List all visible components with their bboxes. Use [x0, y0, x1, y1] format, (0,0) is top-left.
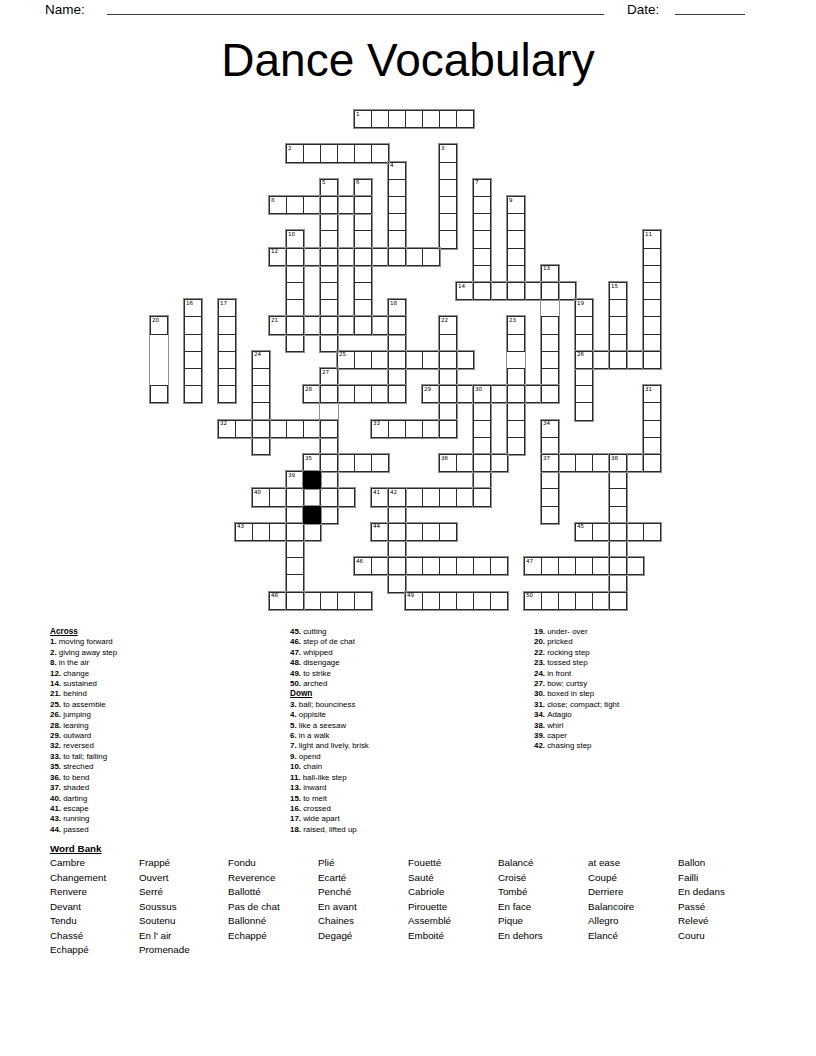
grid-cell[interactable] [354, 592, 372, 610]
grid-cell[interactable] [626, 351, 644, 369]
clue-item: 17. wide apart [290, 814, 530, 824]
grid-cell[interactable] [354, 299, 372, 317]
grid-cell[interactable] [320, 592, 338, 610]
grid-cell[interactable] [371, 385, 389, 403]
name-underline [107, 1, 604, 15]
grid-cell[interactable] [456, 110, 474, 128]
grid-cell[interactable] [354, 196, 372, 214]
cell-number: 34 [543, 421, 550, 427]
word-bank-item: Failli [678, 871, 725, 886]
grid-cell[interactable] [286, 540, 304, 558]
grid-cell[interactable] [575, 557, 593, 575]
grid-cell[interactable] [609, 540, 627, 558]
grid-cell[interactable] [303, 316, 321, 334]
grid-cell[interactable] [592, 592, 610, 610]
grid-cell[interactable] [320, 506, 338, 524]
grid-cell[interactable] [473, 230, 491, 248]
grid-cell[interactable] [473, 471, 491, 489]
grid-cell[interactable] [354, 316, 372, 334]
grid-cell[interactable] [388, 420, 406, 438]
clue-item: 38. whirl [534, 721, 774, 731]
grid-cell[interactable] [354, 144, 372, 162]
grid-cell[interactable] [337, 454, 355, 472]
grid-cell[interactable] [456, 557, 474, 575]
grid-cell[interactable] [439, 230, 457, 248]
grid-cell[interactable] [388, 557, 406, 575]
grid-cell[interactable] [524, 282, 542, 300]
grid-cell[interactable] [439, 368, 457, 386]
grid-cell[interactable] [320, 385, 338, 403]
grid-cell[interactable] [490, 282, 508, 300]
grid-cell[interactable] [388, 316, 406, 334]
clue-item: 6. in a walk [290, 731, 530, 741]
cell-number: 27 [322, 370, 329, 376]
word-bank-item: Balancé [498, 856, 543, 871]
grid-cell[interactable] [354, 265, 372, 283]
grid-cell[interactable] [541, 368, 559, 386]
across-clue-column: Across1. moving forward2. giving away st… [50, 627, 290, 835]
grid-cell[interactable] [643, 334, 661, 352]
grid-cell[interactable] [218, 316, 236, 334]
grid-cell[interactable] [473, 592, 491, 610]
grid-cell[interactable] [422, 557, 440, 575]
clue-section-heading: Across [50, 627, 290, 637]
grid-cell[interactable] [388, 368, 406, 386]
grid-cell[interactable] [388, 179, 406, 197]
grid-cell[interactable] [371, 248, 389, 266]
grid-cell[interactable] [643, 437, 661, 455]
grid-cell[interactable] [558, 592, 576, 610]
word-bank-item: Echappé [50, 943, 106, 958]
grid-cell[interactable] [507, 282, 525, 300]
grid-cell[interactable] [337, 248, 355, 266]
word-bank-column: at easeCoupéDerriereBalancoireAllegroEla… [588, 856, 634, 943]
grid-cell[interactable] [286, 334, 304, 352]
grid-cell[interactable] [303, 248, 321, 266]
grid-cell[interactable] [320, 488, 338, 506]
grid-cell[interactable] [609, 557, 627, 575]
grid-cell[interactable] [439, 385, 457, 403]
grid-cell[interactable] [252, 385, 270, 403]
cell-number: 15 [611, 284, 618, 290]
grid-cell[interactable] [609, 471, 627, 489]
grid-cell[interactable] [184, 334, 202, 352]
clue-item: 46. step of de chat [290, 637, 530, 647]
grid-cell[interactable] [541, 471, 559, 489]
grid-cell[interactable] [456, 454, 474, 472]
grid-cell[interactable] [643, 351, 661, 369]
grid-cell[interactable] [286, 265, 304, 283]
grid-cell[interactable] [405, 488, 423, 506]
grid-cell[interactable] [303, 196, 321, 214]
grid-cell[interactable] [541, 351, 559, 369]
grid-cell[interactable] [354, 454, 372, 472]
grid-cell[interactable] [320, 334, 338, 352]
grid-cell[interactable] [541, 592, 559, 610]
grid-cell[interactable] [218, 385, 236, 403]
grid-cell[interactable] [473, 282, 491, 300]
grid-cell[interactable] [269, 523, 287, 541]
grid-cell[interactable] [269, 488, 287, 506]
grid-cell[interactable] [320, 230, 338, 248]
grid-cell[interactable] [184, 385, 202, 403]
grid-cell[interactable] [609, 574, 627, 592]
grid-cell[interactable] [473, 213, 491, 231]
grid-cell[interactable] [354, 230, 372, 248]
grid-cell[interactable] [507, 402, 525, 420]
grid-cell[interactable] [575, 454, 593, 472]
grid-cell[interactable] [439, 488, 457, 506]
grid-cell[interactable] [643, 454, 661, 472]
grid-cell[interactable] [320, 196, 338, 214]
cell-number: 28 [305, 387, 312, 393]
grid-cell[interactable] [388, 196, 406, 214]
grid-cell[interactable] [558, 557, 576, 575]
grid-cell[interactable] [286, 299, 304, 317]
word-bank-item: Ouvert [139, 871, 190, 886]
grid-cell[interactable] [388, 248, 406, 266]
grid-cell[interactable] [269, 420, 287, 438]
grid-cell[interactable] [439, 402, 457, 420]
word-bank: CambreChangementRenvereDevantTenduChassé… [0, 856, 816, 966]
cell-number: 24 [254, 352, 261, 358]
grid-cell[interactable] [609, 299, 627, 317]
cell-number: 22 [441, 318, 448, 324]
grid-cell[interactable] [405, 420, 423, 438]
grid-cell[interactable] [609, 592, 627, 610]
grid-cell[interactable] [439, 334, 457, 352]
grid-cell[interactable] [405, 523, 423, 541]
grid-cell[interactable] [609, 506, 627, 524]
grid-cell[interactable] [592, 454, 610, 472]
clue-item: 36. to bend [50, 773, 290, 783]
grid-cell[interactable] [575, 368, 593, 386]
clue-item: 28. leaning [50, 721, 290, 731]
clue-item: 22. rocking step [534, 648, 774, 658]
grid-cell[interactable] [609, 523, 627, 541]
grid-cell[interactable] [320, 248, 338, 266]
grid-cell[interactable] [184, 368, 202, 386]
grid-cell[interactable] [388, 110, 406, 128]
grid-cell[interactable] [320, 213, 338, 231]
grid-cell[interactable] [541, 282, 559, 300]
down-clue-column: 19. under- over20. pricked22. rocking st… [534, 627, 774, 752]
grid-cell[interactable] [422, 488, 440, 506]
clue-item: 23. tossed step [534, 658, 774, 668]
grid-cell[interactable] [337, 196, 355, 214]
grid-cell[interactable] [541, 557, 559, 575]
clue-item: 35. streched [50, 762, 290, 772]
grid-cell[interactable] [286, 592, 304, 610]
grid-cell[interactable] [388, 213, 406, 231]
grid-cell[interactable] [473, 420, 491, 438]
grid-cell[interactable] [439, 523, 457, 541]
grid-cell[interactable] [507, 420, 525, 438]
grid-cell[interactable] [405, 110, 423, 128]
grid-cell[interactable] [473, 402, 491, 420]
grid-cell[interactable] [388, 385, 406, 403]
name-label: Name: [45, 2, 85, 17]
grid-cell[interactable] [626, 454, 644, 472]
grid-cell[interactable] [405, 248, 423, 266]
grid-cell[interactable] [218, 334, 236, 352]
grid-cell[interactable] [286, 282, 304, 300]
word-bank-item: Tendu [50, 914, 106, 929]
grid-cell[interactable] [303, 523, 321, 541]
grid-cell[interactable] [405, 351, 423, 369]
clue-item: 44. passed [50, 825, 290, 835]
grid-cell[interactable] [184, 316, 202, 334]
grid-cell[interactable] [320, 437, 338, 455]
grid-cell[interactable] [286, 420, 304, 438]
grid-cell[interactable] [422, 420, 440, 438]
grid-cell[interactable] [643, 299, 661, 317]
grid-cell[interactable] [422, 592, 440, 610]
grid-cell[interactable] [286, 506, 304, 524]
grid-cell[interactable] [371, 110, 389, 128]
grid-cell[interactable] [592, 557, 610, 575]
grid-cell[interactable] [643, 420, 661, 438]
grid-cell[interactable] [337, 488, 355, 506]
word-bank-item: Fondu [228, 856, 280, 871]
grid-cell[interactable] [422, 351, 440, 369]
clue-item: 13. inward [290, 783, 530, 793]
grid-cell[interactable] [507, 213, 525, 231]
word-bank-item: Derriere [588, 885, 634, 900]
clue-item: 8. in the air [50, 658, 290, 668]
grid-cell[interactable] [575, 316, 593, 334]
word-bank-item: Promenade [139, 943, 190, 958]
cell-number: 43 [237, 524, 244, 530]
grid-cell[interactable] [626, 523, 644, 541]
grid-cell[interactable] [354, 385, 372, 403]
grid-cell[interactable] [456, 385, 474, 403]
grid-cell[interactable] [439, 179, 457, 197]
cell-number: 10 [288, 232, 295, 238]
grid-cell[interactable] [371, 144, 389, 162]
grid-cell[interactable] [286, 316, 304, 334]
grid-cell[interactable] [320, 144, 338, 162]
word-bank-item: Reverence [228, 871, 280, 886]
grid-cell[interactable] [388, 351, 406, 369]
grid-cell[interactable] [490, 557, 508, 575]
cell-number: 7 [475, 180, 479, 186]
grid-cell[interactable] [490, 385, 508, 403]
grid-cell[interactable] [643, 282, 661, 300]
word-bank-item: Balancoire [588, 900, 634, 915]
grid-cell[interactable] [422, 248, 440, 266]
grid-cell[interactable] [439, 557, 457, 575]
grid-cell[interactable] [456, 592, 474, 610]
grid-cell[interactable] [541, 334, 559, 352]
grid-cell[interactable] [320, 316, 338, 334]
cell-number: 30 [475, 387, 482, 393]
cell-number: 9 [509, 198, 513, 204]
grid-cell[interactable] [558, 282, 576, 300]
cell-number: 13 [543, 266, 550, 272]
grid-cell[interactable] [541, 385, 559, 403]
grid-cell[interactable] [643, 523, 661, 541]
grid-cell[interactable] [439, 110, 457, 128]
clue-item: 42. chasing step [534, 741, 774, 751]
page-title: Dance Vocabulary [0, 37, 816, 83]
grid-cell[interactable] [371, 454, 389, 472]
grid-cell[interactable] [439, 592, 457, 610]
grid-cell[interactable] [575, 385, 593, 403]
grid-cell[interactable] [507, 368, 525, 386]
grid-cell[interactable] [388, 574, 406, 592]
grid-cell[interactable] [558, 454, 576, 472]
grid-cell[interactable] [643, 402, 661, 420]
word-bank-item: Chassé [50, 929, 106, 944]
grid-cell[interactable] [286, 196, 304, 214]
grid-cell[interactable] [575, 334, 593, 352]
cell-number: 37 [543, 456, 550, 462]
grid-cell[interactable] [320, 420, 338, 438]
grid-cell[interactable] [541, 506, 559, 524]
grid-cell[interactable] [303, 144, 321, 162]
word-bank-item: Serré [139, 885, 190, 900]
grid-cell[interactable] [320, 454, 338, 472]
grid-cell[interactable] [388, 506, 406, 524]
grid-cell[interactable] [609, 334, 627, 352]
grid-cell[interactable] [286, 488, 304, 506]
grid-cell[interactable] [388, 540, 406, 558]
grid-cell[interactable] [507, 385, 525, 403]
grid-cell[interactable] [388, 334, 406, 352]
grid-cell[interactable] [303, 592, 321, 610]
grid-cell[interactable] [371, 316, 389, 334]
grid-cell[interactable] [473, 265, 491, 283]
grid-cell[interactable] [337, 592, 355, 610]
grid-cell[interactable] [575, 592, 593, 610]
grid-cell[interactable] [354, 213, 372, 231]
grid-cell[interactable] [354, 282, 372, 300]
cell-number: 29 [424, 387, 431, 393]
grid-cell[interactable] [507, 230, 525, 248]
grid-cell[interactable] [541, 488, 559, 506]
word-bank-item: Relevé [678, 914, 725, 929]
grid-cell[interactable] [354, 351, 372, 369]
grid-cell[interactable] [439, 420, 457, 438]
grid-cell[interactable] [286, 557, 304, 575]
grid-cell[interactable] [507, 265, 525, 283]
cell-number: 42 [390, 490, 397, 496]
grid-cell[interactable] [150, 385, 168, 403]
grid-cell[interactable] [473, 454, 491, 472]
grid-cell[interactable] [541, 437, 559, 455]
grid-cell[interactable] [473, 488, 491, 506]
grid-cell[interactable] [303, 488, 321, 506]
grid-cell[interactable] [388, 230, 406, 248]
grid-cell[interactable] [320, 299, 338, 317]
word-bank-item: Allegro [588, 914, 634, 929]
grid-cell[interactable] [218, 351, 236, 369]
grid-cell[interactable] [388, 523, 406, 541]
grid-cell[interactable] [473, 248, 491, 266]
grid-cell[interactable] [609, 488, 627, 506]
grid-cell[interactable] [507, 248, 525, 266]
grid-cell[interactable] [507, 334, 525, 352]
grid-cell[interactable] [252, 437, 270, 455]
worksheet-page: { "game": "crossword", "title": "Dance V… [0, 0, 816, 1056]
grid-cell[interactable] [643, 248, 661, 266]
grid-cell[interactable] [439, 162, 457, 180]
grid-cell[interactable] [456, 488, 474, 506]
grid-cell[interactable] [473, 557, 491, 575]
grid-cell[interactable] [354, 248, 372, 266]
grid-cell[interactable] [439, 213, 457, 231]
word-bank-item: Degagé [318, 929, 357, 944]
grid-cell[interactable] [490, 454, 508, 472]
middle-clue-column: 45. cutting46. step of de chat47. whippe… [290, 627, 530, 835]
grid-cell[interactable] [252, 368, 270, 386]
clue-item: 18. raised, lifted up [290, 825, 530, 835]
grid-cell[interactable] [490, 592, 508, 610]
grid-cell[interactable] [524, 385, 542, 403]
clue-item: 43. running [50, 814, 290, 824]
grid-cell[interactable] [456, 351, 474, 369]
grid-cell[interactable] [405, 557, 423, 575]
grid-cell[interactable] [252, 402, 270, 420]
clue-item: 32. reversed [50, 741, 290, 751]
grid-cell[interactable] [422, 523, 440, 541]
word-bank-item: Plié [318, 856, 357, 871]
grid-cell[interactable] [235, 420, 253, 438]
grid-cell[interactable] [371, 351, 389, 369]
grid-cell[interactable] [337, 316, 355, 334]
date-label: Date: [627, 2, 659, 17]
clue-item: 2. giving away step [50, 648, 290, 658]
grid-cell[interactable] [286, 574, 304, 592]
word-bank-item: Frappé [139, 856, 190, 871]
grid-cell[interactable] [320, 282, 338, 300]
grid-cell[interactable] [337, 385, 355, 403]
grid-cell[interactable] [575, 402, 593, 420]
grid-cell[interactable] [320, 471, 338, 489]
grid-cell[interactable] [184, 351, 202, 369]
grid-cell[interactable] [320, 265, 338, 283]
grid-cell[interactable] [473, 196, 491, 214]
grid-cell[interactable] [643, 316, 661, 334]
grid-cell[interactable] [609, 316, 627, 334]
grid-cell[interactable] [609, 351, 627, 369]
grid-cell[interactable] [286, 248, 304, 266]
grid-cell[interactable] [218, 368, 236, 386]
word-bank-item: Fouetté [408, 856, 451, 871]
grid-cell[interactable] [286, 523, 304, 541]
grid-cell[interactable] [439, 196, 457, 214]
clue-item: 11. ball-like step [290, 773, 530, 783]
grid-cell[interactable] [473, 437, 491, 455]
grid-cell[interactable] [252, 420, 270, 438]
grid-cell[interactable] [371, 557, 389, 575]
grid-cell[interactable] [303, 420, 321, 438]
word-bank-item: Cambre [50, 856, 106, 871]
grid-cell[interactable] [252, 523, 270, 541]
grid-cell[interactable] [507, 437, 525, 455]
grid-cell[interactable] [626, 557, 644, 575]
grid-cell[interactable] [592, 351, 610, 369]
grid-cell[interactable] [337, 144, 355, 162]
grid-cell[interactable] [592, 523, 610, 541]
grid-cell[interactable] [643, 265, 661, 283]
grid-cell[interactable] [439, 351, 457, 369]
word-bank-item: Pique [498, 914, 543, 929]
grid-cell[interactable] [422, 110, 440, 128]
grid-cell[interactable] [541, 316, 559, 334]
word-bank-column: FrappéOuvertSerréSoussusSoutenuEn l' air… [139, 856, 190, 958]
